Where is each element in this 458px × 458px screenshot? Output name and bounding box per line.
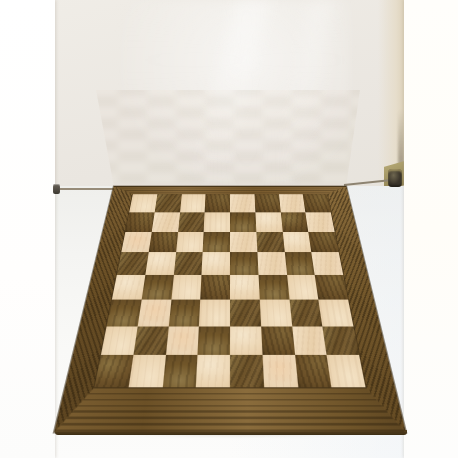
board-square [141,275,173,299]
board-square [199,299,230,326]
board-square [94,355,133,387]
board-square [176,232,204,253]
board-square [306,212,335,231]
board-square [128,355,165,387]
board-square [101,326,138,355]
chess-board [54,186,406,432]
board-square [312,252,344,275]
board-square [205,194,230,212]
right-white-panel [404,0,458,458]
board-square [261,326,295,355]
board-square [202,252,230,275]
board-square [154,194,181,212]
board-square [258,275,289,299]
left-white-panel [0,0,55,458]
board-square [117,252,149,275]
board-square [279,194,306,212]
board-square [284,252,315,275]
board-square [129,194,157,212]
board-square [287,275,319,299]
board-square [327,355,366,387]
board-square [137,299,170,326]
board-square [145,252,176,275]
board-square [282,232,311,253]
board-square [315,275,348,299]
board-square [255,212,282,231]
board-square [256,232,284,253]
board-square [292,326,327,355]
board-square [112,275,145,299]
board-square [254,194,280,212]
board-square [107,299,142,326]
board-square [148,232,177,253]
board-square [257,252,286,275]
board-square [289,299,322,326]
board-square [162,355,197,387]
board-square [308,232,338,253]
board-square [230,326,262,355]
board-grid [94,194,365,387]
board-square [319,299,354,326]
table-edge-line-left [55,188,117,190]
board-square [260,299,292,326]
board-square [323,326,360,355]
board-square [200,275,230,299]
board-square [168,299,200,326]
board-square [204,212,230,231]
board-square [171,275,202,299]
metal-clip-left [53,184,60,194]
board-square [230,275,260,299]
board-square [230,212,256,231]
board-square [180,194,206,212]
board-square [303,194,331,212]
board-square [280,212,308,231]
board-square [173,252,202,275]
board-square [178,212,205,231]
board-square [203,232,230,253]
board-square [262,355,297,387]
board-square [125,212,154,231]
board-square [230,252,258,275]
board-square [121,232,151,253]
board-square [198,326,230,355]
board-square [230,355,264,387]
board-square [230,232,257,253]
board-square [152,212,180,231]
photo-scene [0,0,458,458]
board-square [165,326,199,355]
board-square [295,355,332,387]
board-square [196,355,230,387]
metal-clip-right [388,169,402,187]
board-square [133,326,168,355]
board-square [230,194,255,212]
board-square [230,299,261,326]
